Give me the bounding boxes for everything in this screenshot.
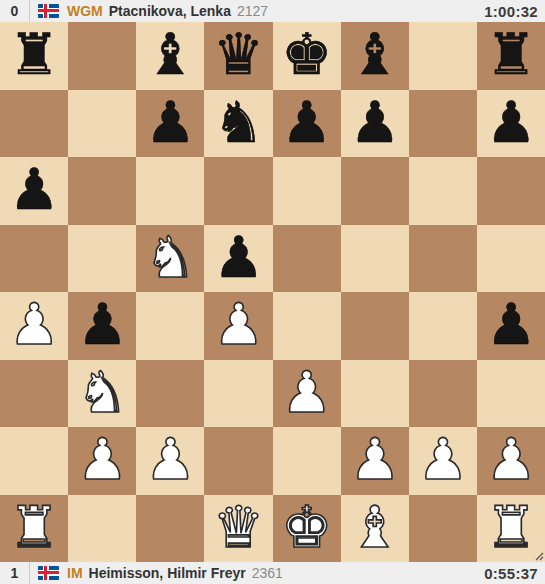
black-rook[interactable]: ♜ bbox=[485, 26, 536, 83]
black-pawn[interactable]: ♟ bbox=[485, 94, 536, 151]
black-bishop[interactable]: ♝ bbox=[145, 26, 196, 83]
square-c1[interactable] bbox=[136, 495, 204, 563]
white-pawn[interactable]: ♟ bbox=[213, 296, 264, 353]
white-rook[interactable]: ♜ bbox=[485, 499, 536, 556]
square-e1[interactable]: ♚ bbox=[273, 495, 341, 563]
square-e4[interactable] bbox=[273, 292, 341, 360]
square-e6[interactable] bbox=[273, 157, 341, 225]
white-pawn[interactable]: ♟ bbox=[145, 431, 196, 488]
square-g8[interactable] bbox=[409, 22, 477, 90]
white-pawn[interactable]: ♟ bbox=[417, 431, 468, 488]
square-f8[interactable]: ♝ bbox=[341, 22, 409, 90]
square-b8[interactable] bbox=[68, 22, 136, 90]
square-b3[interactable]: ♞ bbox=[68, 360, 136, 428]
square-c5[interactable]: ♞ bbox=[136, 225, 204, 293]
square-b2[interactable]: ♟ bbox=[68, 427, 136, 495]
square-c4[interactable] bbox=[136, 292, 204, 360]
white-pawn[interactable]: ♟ bbox=[485, 431, 536, 488]
square-d7[interactable]: ♞ bbox=[204, 90, 272, 158]
black-pawn[interactable]: ♟ bbox=[349, 94, 400, 151]
chess-board[interactable]: ♜♝♛♚♝♜♟♞♟♟♟♟♞♟♟♟♟♟♞♟♟♟♟♟♟♜♛♚♝♜ bbox=[0, 22, 545, 562]
square-a7[interactable] bbox=[0, 90, 68, 158]
square-h4[interactable]: ♟ bbox=[477, 292, 545, 360]
square-d3[interactable] bbox=[204, 360, 272, 428]
square-g5[interactable] bbox=[409, 225, 477, 293]
iceland-flag-icon bbox=[38, 4, 59, 18]
resize-handle-icon[interactable] bbox=[532, 549, 544, 561]
black-queen[interactable]: ♛ bbox=[213, 26, 264, 83]
square-f4[interactable] bbox=[341, 292, 409, 360]
square-h5[interactable] bbox=[477, 225, 545, 293]
bottom-player-clock: 0:55:37 bbox=[484, 565, 545, 582]
black-bishop[interactable]: ♝ bbox=[349, 26, 400, 83]
black-rook[interactable]: ♜ bbox=[9, 26, 60, 83]
bottom-player-name: Heimisson, Hilmir Freyr bbox=[89, 565, 246, 581]
square-c6[interactable] bbox=[136, 157, 204, 225]
square-b1[interactable] bbox=[68, 495, 136, 563]
square-c8[interactable]: ♝ bbox=[136, 22, 204, 90]
square-e8[interactable]: ♚ bbox=[273, 22, 341, 90]
top-player-clock: 1:00:32 bbox=[484, 3, 545, 20]
square-f1[interactable]: ♝ bbox=[341, 495, 409, 563]
square-a2[interactable] bbox=[0, 427, 68, 495]
white-rook[interactable]: ♜ bbox=[9, 499, 60, 556]
square-d4[interactable]: ♟ bbox=[204, 292, 272, 360]
square-e7[interactable]: ♟ bbox=[273, 90, 341, 158]
iceland-flag-icon bbox=[38, 566, 59, 580]
white-queen[interactable]: ♛ bbox=[213, 499, 264, 556]
square-a8[interactable]: ♜ bbox=[0, 22, 68, 90]
square-g2[interactable]: ♟ bbox=[409, 427, 477, 495]
square-d1[interactable]: ♛ bbox=[204, 495, 272, 563]
square-f2[interactable]: ♟ bbox=[341, 427, 409, 495]
square-a5[interactable] bbox=[0, 225, 68, 293]
square-g6[interactable] bbox=[409, 157, 477, 225]
square-b6[interactable] bbox=[68, 157, 136, 225]
square-h8[interactable]: ♜ bbox=[477, 22, 545, 90]
square-b7[interactable] bbox=[68, 90, 136, 158]
square-d5[interactable]: ♟ bbox=[204, 225, 272, 293]
square-h3[interactable] bbox=[477, 360, 545, 428]
square-c7[interactable]: ♟ bbox=[136, 90, 204, 158]
square-a6[interactable]: ♟ bbox=[0, 157, 68, 225]
square-f6[interactable] bbox=[341, 157, 409, 225]
square-d8[interactable]: ♛ bbox=[204, 22, 272, 90]
square-a3[interactable] bbox=[0, 360, 68, 428]
square-g4[interactable] bbox=[409, 292, 477, 360]
top-player-title: WGM bbox=[67, 3, 103, 19]
square-e2[interactable] bbox=[273, 427, 341, 495]
square-a4[interactable]: ♟ bbox=[0, 292, 68, 360]
square-h7[interactable]: ♟ bbox=[477, 90, 545, 158]
square-d6[interactable] bbox=[204, 157, 272, 225]
square-h6[interactable] bbox=[477, 157, 545, 225]
white-pawn[interactable]: ♟ bbox=[9, 296, 60, 353]
square-g3[interactable] bbox=[409, 360, 477, 428]
square-b5[interactable] bbox=[68, 225, 136, 293]
square-a1[interactable]: ♜ bbox=[0, 495, 68, 563]
square-c2[interactable]: ♟ bbox=[136, 427, 204, 495]
square-f5[interactable] bbox=[341, 225, 409, 293]
square-f3[interactable] bbox=[341, 360, 409, 428]
black-pawn[interactable]: ♟ bbox=[485, 296, 536, 353]
bottom-player-score: 1 bbox=[0, 562, 30, 584]
square-g1[interactable] bbox=[409, 495, 477, 563]
bottom-player-bar: 1 IM Heimisson, Hilmir Freyr 2361 0:55:3… bbox=[0, 562, 545, 584]
black-pawn[interactable]: ♟ bbox=[145, 94, 196, 151]
bottom-player-rating: 2361 bbox=[252, 565, 283, 581]
square-h2[interactable]: ♟ bbox=[477, 427, 545, 495]
square-d2[interactable] bbox=[204, 427, 272, 495]
black-king[interactable]: ♚ bbox=[281, 26, 332, 83]
black-pawn[interactable]: ♟ bbox=[281, 94, 332, 151]
white-pawn[interactable]: ♟ bbox=[281, 364, 332, 421]
black-pawn[interactable]: ♟ bbox=[213, 229, 264, 286]
square-e3[interactable]: ♟ bbox=[273, 360, 341, 428]
square-e5[interactable] bbox=[273, 225, 341, 293]
chess-game-widget: 0 WGM Ptacnikova, Lenka 2127 1:00:32 ♜♝♛… bbox=[0, 0, 545, 584]
white-bishop[interactable]: ♝ bbox=[349, 499, 400, 556]
black-pawn[interactable]: ♟ bbox=[9, 161, 60, 218]
white-king[interactable]: ♚ bbox=[281, 499, 332, 556]
white-pawn[interactable]: ♟ bbox=[77, 431, 128, 488]
square-c3[interactable] bbox=[136, 360, 204, 428]
square-f7[interactable]: ♟ bbox=[341, 90, 409, 158]
top-player-bar: 0 WGM Ptacnikova, Lenka 2127 1:00:32 bbox=[0, 0, 545, 22]
top-player-score: 0 bbox=[0, 0, 30, 22]
top-player-name: Ptacnikova, Lenka bbox=[109, 3, 231, 19]
square-g7[interactable] bbox=[409, 90, 477, 158]
white-knight[interactable]: ♞ bbox=[77, 364, 128, 421]
square-b4[interactable]: ♟ bbox=[68, 292, 136, 360]
white-knight[interactable]: ♞ bbox=[145, 229, 196, 286]
white-pawn[interactable]: ♟ bbox=[349, 431, 400, 488]
black-knight[interactable]: ♞ bbox=[213, 94, 264, 151]
black-pawn[interactable]: ♟ bbox=[77, 296, 128, 353]
bottom-player-title: IM bbox=[67, 565, 83, 581]
top-player-rating: 2127 bbox=[237, 3, 268, 19]
